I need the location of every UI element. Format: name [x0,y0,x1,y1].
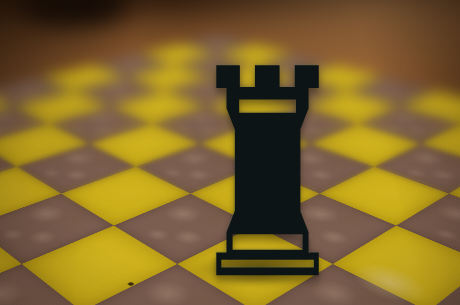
photo-canvas: ♜ [0,0,460,305]
black-rook-piece: ♜ [186,106,330,305]
black-rook-glyph: ♜ [186,8,349,305]
